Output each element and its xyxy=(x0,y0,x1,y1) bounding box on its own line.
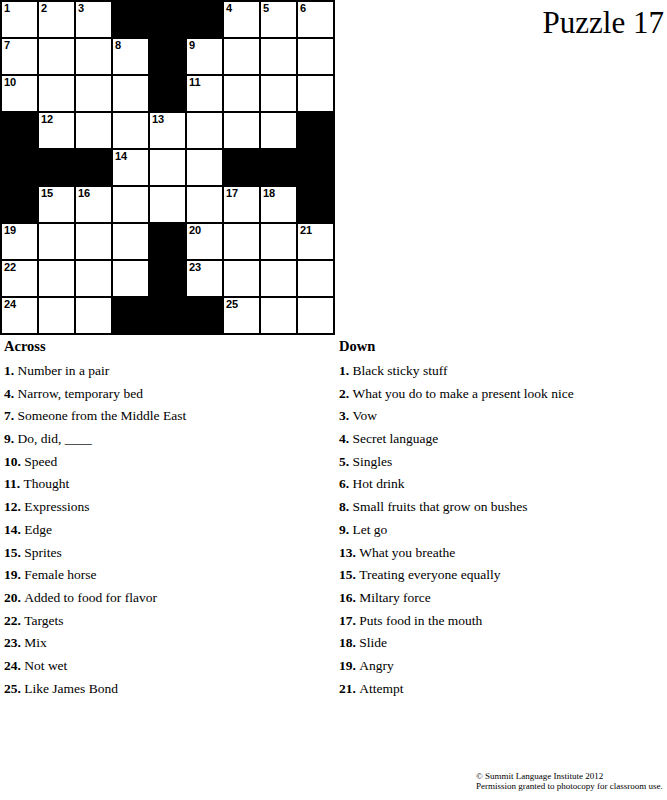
clue-text: What you breathe xyxy=(359,545,455,560)
clue-number: 22. xyxy=(4,613,24,628)
grid-cell-r7c6[interactable]: 20 xyxy=(187,224,222,259)
clue-number: 2. xyxy=(339,386,353,401)
down-heading: Down xyxy=(339,338,665,354)
grid-cell-r3c6[interactable]: 11 xyxy=(187,76,222,111)
clue-text: Speed xyxy=(24,454,57,469)
black-cell-r4c1 xyxy=(2,113,37,148)
black-cell-r1c4 xyxy=(113,2,148,37)
grid-cell-r2c2[interactable] xyxy=(39,39,74,74)
clue-down-3: 3. Vow xyxy=(339,405,665,428)
clue-across-19: 19. Female horse xyxy=(4,564,336,587)
clue-number: 11. xyxy=(4,476,24,491)
clue-number: 23. xyxy=(4,635,24,650)
clue-down-9: 9. Let go xyxy=(339,519,665,542)
cell-number: 21 xyxy=(300,224,312,237)
clue-number: 24. xyxy=(4,658,24,673)
clue-number: 12. xyxy=(4,499,24,514)
clue-text: What you do to make a present look nice xyxy=(353,386,574,401)
across-clues-section: Across 1. Number in a pair4. Narrow, tem… xyxy=(4,338,336,700)
black-cell-r5c2 xyxy=(39,150,74,185)
grid-cell-r8c2[interactable] xyxy=(39,261,74,296)
clue-number: 15. xyxy=(4,545,24,560)
clue-across-20: 20. Added to food for flavor xyxy=(4,587,336,610)
clue-text: Treating everyone equally xyxy=(359,567,500,582)
grid-cell-r4c8[interactable] xyxy=(261,113,296,148)
clue-number: 21. xyxy=(339,681,359,696)
clue-down-16: 16. Miltary force xyxy=(339,587,665,610)
grid-cell-r7c3[interactable] xyxy=(76,224,111,259)
clue-number: 7. xyxy=(4,408,18,423)
black-cell-r9c6 xyxy=(187,298,222,333)
cell-number: 6 xyxy=(300,2,306,15)
cell-number: 17 xyxy=(226,187,238,200)
black-cell-r6c1 xyxy=(2,187,37,222)
grid-cell-r9c1[interactable]: 24 xyxy=(2,298,37,333)
grid-cell-r6c8[interactable]: 18 xyxy=(261,187,296,222)
clue-text: Black sticky stuff xyxy=(353,363,448,378)
grid-cell-r2c1[interactable]: 7 xyxy=(2,39,37,74)
crossword-grid: 1234567891011121314151617181920212223242… xyxy=(0,0,335,335)
grid-cell-r2c8[interactable] xyxy=(261,39,296,74)
clue-text: Hot drink xyxy=(353,476,405,491)
across-clue-list: 1. Number in a pair4. Narrow, temporary … xyxy=(4,360,336,700)
black-cell-r5c9 xyxy=(298,150,333,185)
cell-number: 15 xyxy=(41,187,53,200)
clue-number: 18. xyxy=(339,635,359,650)
cell-number: 19 xyxy=(4,224,16,237)
grid-cell-r8c4[interactable] xyxy=(113,261,148,296)
grid-cell-r7c7[interactable] xyxy=(224,224,259,259)
grid-cell-r7c8[interactable] xyxy=(261,224,296,259)
clue-text: Thought xyxy=(24,476,70,491)
clue-number: 16. xyxy=(339,590,359,605)
clue-number: 20. xyxy=(4,590,24,605)
black-cell-r6c9 xyxy=(298,187,333,222)
grid-cell-r2c3[interactable] xyxy=(76,39,111,74)
grid-cell-r3c7[interactable] xyxy=(224,76,259,111)
grid-cell-r9c3[interactable] xyxy=(76,298,111,333)
cell-number: 1 xyxy=(4,2,10,15)
black-cell-r5c3 xyxy=(76,150,111,185)
clue-down-21: 21. Attempt xyxy=(339,678,665,701)
clue-text: Slide xyxy=(359,635,387,650)
grid-cell-r1c3[interactable]: 3 xyxy=(76,2,111,37)
clue-down-5: 5. Singles xyxy=(339,451,665,474)
puzzle-title: Puzzle 17 xyxy=(543,4,664,42)
grid-cell-r3c8[interactable] xyxy=(261,76,296,111)
clue-down-4: 4. Secret language xyxy=(339,428,665,451)
cell-number: 18 xyxy=(263,187,275,200)
copyright-line: © Summit Language Institute 2012 xyxy=(476,771,663,781)
cell-number: 25 xyxy=(226,298,238,311)
grid-cell-r1c9[interactable]: 6 xyxy=(298,2,333,37)
clue-number: 5. xyxy=(339,454,353,469)
clue-text: Small fruits that grow on bushes xyxy=(353,499,528,514)
black-cell-r9c5 xyxy=(150,298,185,333)
clue-text: Edge xyxy=(24,522,52,537)
clue-across-24: 24. Not wet xyxy=(4,655,336,678)
clue-text: Number in a pair xyxy=(18,363,110,378)
grid-cell-r1c1[interactable]: 1 xyxy=(2,2,37,37)
clue-text: Angry xyxy=(359,658,394,673)
clue-down-2: 2. What you do to make a present look ni… xyxy=(339,383,665,406)
cell-number: 13 xyxy=(152,113,164,126)
clue-text: Vow xyxy=(353,408,378,423)
clue-across-9: 9. Do, did, ____ xyxy=(4,428,336,451)
clue-number: 14. xyxy=(4,522,24,537)
clue-number: 4. xyxy=(4,386,18,401)
grid-cell-r7c4[interactable] xyxy=(113,224,148,259)
clue-text: Targets xyxy=(24,613,63,628)
grid-cell-r4c6[interactable] xyxy=(187,113,222,148)
clue-number: 9. xyxy=(339,522,353,537)
copyright-footer: © Summit Language Institute 2012 Permiss… xyxy=(476,771,663,791)
grid-cell-r6c3[interactable]: 16 xyxy=(76,187,111,222)
black-cell-r5c7 xyxy=(224,150,259,185)
clue-across-22: 22. Targets xyxy=(4,610,336,633)
cell-number: 24 xyxy=(4,298,16,311)
clue-text: Do, did, ____ xyxy=(18,431,92,446)
cell-number: 8 xyxy=(115,39,121,52)
clue-down-13: 13. What you breathe xyxy=(339,542,665,565)
clue-number: 1. xyxy=(339,363,353,378)
grid-cell-r6c2[interactable]: 15 xyxy=(39,187,74,222)
grid-cell-r8c7[interactable] xyxy=(224,261,259,296)
grid-cell-r9c9[interactable] xyxy=(298,298,333,333)
cell-number: 5 xyxy=(263,2,269,15)
clue-number: 25. xyxy=(4,681,24,696)
cell-number: 11 xyxy=(189,76,201,89)
grid-cell-r7c2[interactable] xyxy=(39,224,74,259)
clue-number: 9. xyxy=(4,431,18,446)
cell-number: 16 xyxy=(78,187,90,200)
grid-cell-r4c2[interactable]: 12 xyxy=(39,113,74,148)
black-cell-r8c5 xyxy=(150,261,185,296)
grid-cell-r2c7[interactable] xyxy=(224,39,259,74)
cell-number: 7 xyxy=(4,39,10,52)
grid-cell-r6c7[interactable]: 17 xyxy=(224,187,259,222)
cell-number: 12 xyxy=(41,113,53,126)
grid-cell-r8c8[interactable] xyxy=(261,261,296,296)
grid-cell-r3c2[interactable] xyxy=(39,76,74,111)
grid-cell-r8c1[interactable]: 22 xyxy=(2,261,37,296)
clue-across-14: 14. Edge xyxy=(4,519,336,542)
clue-text: Narrow, temporary bed xyxy=(18,386,143,401)
cell-number: 22 xyxy=(4,261,16,274)
down-clues-section: Down 1. Black sticky stuff2. What you do… xyxy=(339,338,665,700)
grid-cell-r3c3[interactable] xyxy=(76,76,111,111)
clue-number: 19. xyxy=(4,567,24,582)
clue-number: 19. xyxy=(339,658,359,673)
permission-line: Permission granted to photocopy for clas… xyxy=(476,781,663,791)
clue-across-1: 1. Number in a pair xyxy=(4,360,336,383)
grid-cell-r5c4[interactable]: 14 xyxy=(113,150,148,185)
grid-cell-r1c7[interactable]: 4 xyxy=(224,2,259,37)
clue-number: 4. xyxy=(339,431,353,446)
grid-cell-r5c5[interactable] xyxy=(150,150,185,185)
clue-number: 3. xyxy=(339,408,353,423)
grid-cell-r4c5[interactable]: 13 xyxy=(150,113,185,148)
clue-text: Miltary force xyxy=(359,590,431,605)
clue-down-17: 17. Puts food in the mouth xyxy=(339,610,665,633)
clue-text: Puts food in the mouth xyxy=(359,613,482,628)
down-clue-list: 1. Black sticky stuff2. What you do to m… xyxy=(339,360,665,700)
clue-across-23: 23. Mix xyxy=(4,632,336,655)
clue-text: Female horse xyxy=(24,567,96,582)
black-cell-r2c5 xyxy=(150,39,185,74)
grid-cell-r1c8[interactable]: 5 xyxy=(261,2,296,37)
grid-cell-r2c4[interactable]: 8 xyxy=(113,39,148,74)
clue-text: Someone from the Middle East xyxy=(18,408,187,423)
clue-text: Added to food for flavor xyxy=(24,590,157,605)
cell-number: 2 xyxy=(41,2,47,15)
grid-cell-r9c2[interactable] xyxy=(39,298,74,333)
clue-down-6: 6. Hot drink xyxy=(339,473,665,496)
cell-number: 20 xyxy=(189,224,201,237)
grid-cell-r6c5[interactable] xyxy=(150,187,185,222)
clue-number: 10. xyxy=(4,454,24,469)
clue-text: Singles xyxy=(353,454,393,469)
grid-cell-r3c9[interactable] xyxy=(298,76,333,111)
clue-number: 13. xyxy=(339,545,359,560)
cell-number: 14 xyxy=(115,150,127,163)
black-cell-r5c8 xyxy=(261,150,296,185)
grid-cell-r6c4[interactable] xyxy=(113,187,148,222)
clue-across-25: 25. Like James Bond xyxy=(4,678,336,701)
clue-text: Attempt xyxy=(359,681,403,696)
clue-across-11: 11. Thought xyxy=(4,473,336,496)
clue-across-10: 10. Speed xyxy=(4,451,336,474)
grid-cell-r4c4[interactable] xyxy=(113,113,148,148)
grid-cell-r9c8[interactable] xyxy=(261,298,296,333)
across-heading: Across xyxy=(4,338,336,354)
black-cell-r1c5 xyxy=(150,2,185,37)
clue-number: 15. xyxy=(339,567,359,582)
clue-down-15: 15. Treating everyone equally xyxy=(339,564,665,587)
black-cell-r9c4 xyxy=(113,298,148,333)
grid-cell-r8c3[interactable] xyxy=(76,261,111,296)
cell-number: 10 xyxy=(4,76,16,89)
grid-cell-r3c4[interactable] xyxy=(113,76,148,111)
grid-cell-r8c6[interactable]: 23 xyxy=(187,261,222,296)
clue-down-1: 1. Black sticky stuff xyxy=(339,360,665,383)
clue-across-12: 12. Expressions xyxy=(4,496,336,519)
clue-down-18: 18. Slide xyxy=(339,632,665,655)
grid-cell-r7c9[interactable]: 21 xyxy=(298,224,333,259)
grid-cell-r9c7[interactable]: 25 xyxy=(224,298,259,333)
grid-cell-r3c1[interactable]: 10 xyxy=(2,76,37,111)
clue-text: Like James Bond xyxy=(24,681,118,696)
black-cell-r5c1 xyxy=(2,150,37,185)
grid-cell-r8c9[interactable] xyxy=(298,261,333,296)
black-cell-r4c9 xyxy=(298,113,333,148)
grid-cell-r1c2[interactable]: 2 xyxy=(39,2,74,37)
clue-across-4: 4. Narrow, temporary bed xyxy=(4,383,336,406)
cell-number: 9 xyxy=(189,39,195,52)
clue-number: 8. xyxy=(339,499,353,514)
clue-text: Mix xyxy=(24,635,47,650)
black-cell-r3c5 xyxy=(150,76,185,111)
grid-cell-r6c6[interactable] xyxy=(187,187,222,222)
clue-text: Expressions xyxy=(24,499,89,514)
grid-cell-r2c6[interactable]: 9 xyxy=(187,39,222,74)
grid-cell-r5c6[interactable] xyxy=(187,150,222,185)
clue-down-19: 19. Angry xyxy=(339,655,665,678)
black-cell-r1c6 xyxy=(187,2,222,37)
clue-number: 1. xyxy=(4,363,18,378)
clue-number: 17. xyxy=(339,613,359,628)
cell-number: 4 xyxy=(226,2,232,15)
black-cell-r7c5 xyxy=(150,224,185,259)
clue-across-7: 7. Someone from the Middle East xyxy=(4,405,336,428)
clue-number: 6. xyxy=(339,476,353,491)
clue-down-8: 8. Small fruits that grow on bushes xyxy=(339,496,665,519)
grid-cell-r4c3[interactable] xyxy=(76,113,111,148)
clue-text: Secret language xyxy=(353,431,439,446)
cell-number: 3 xyxy=(78,2,84,15)
cell-number: 23 xyxy=(189,261,201,274)
clue-text: Not wet xyxy=(24,658,67,673)
grid-cell-r7c1[interactable]: 19 xyxy=(2,224,37,259)
clue-text: Let go xyxy=(353,522,388,537)
clue-text: Sprites xyxy=(24,545,62,560)
grid-cell-r2c9[interactable] xyxy=(298,39,333,74)
grid-cell-r4c7[interactable] xyxy=(224,113,259,148)
clue-across-15: 15. Sprites xyxy=(4,542,336,565)
